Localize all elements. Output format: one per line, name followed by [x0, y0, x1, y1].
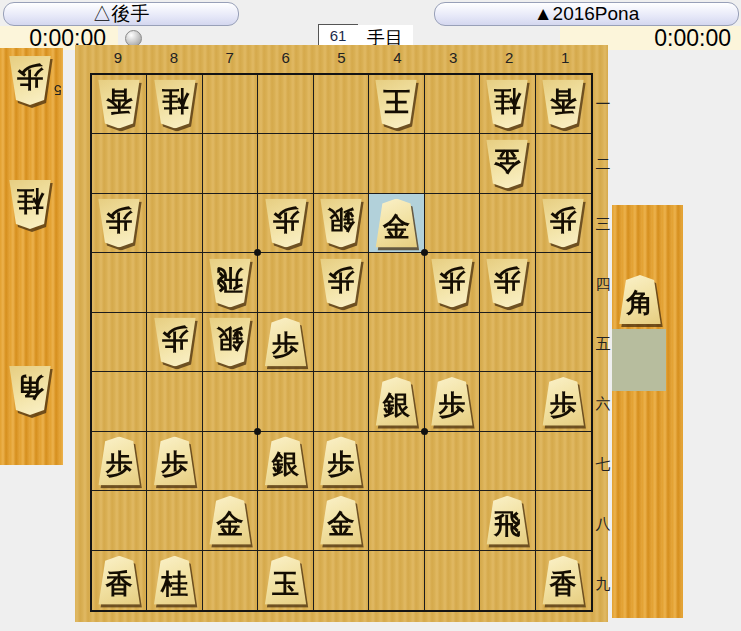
square-47[interactable]	[369, 432, 424, 491]
piece-gote-fu[interactable]: 歩	[541, 199, 585, 248]
piece-glyph: 香	[541, 80, 585, 129]
rank-label-2: 二	[595, 135, 611, 195]
piece-sente-fu[interactable]: 歩	[153, 436, 197, 485]
hand-gote-fu[interactable]: 歩5	[8, 56, 52, 105]
square-63[interactable]: 歩	[258, 194, 313, 253]
square-51[interactable]	[314, 75, 369, 134]
piece-glyph: 歩	[97, 436, 141, 485]
square-29[interactable]	[480, 551, 535, 610]
gote-hand-tray[interactable]: 歩5桂角	[0, 48, 63, 465]
piece-sente-kyo[interactable]: 香	[541, 556, 585, 605]
piece-glyph: 歩	[541, 199, 585, 248]
square-76[interactable]	[203, 372, 258, 431]
square-56[interactable]	[314, 372, 369, 431]
piece-gote-kyo[interactable]: 香	[97, 80, 141, 129]
file-label-7: 7	[202, 49, 258, 66]
square-91[interactable]: 香	[92, 75, 147, 134]
square-45[interactable]	[369, 313, 424, 372]
square-14[interactable]	[536, 253, 591, 312]
square-66[interactable]	[258, 372, 313, 431]
piece-sente-fu[interactable]: 歩	[319, 436, 363, 485]
rank-label-9: 九	[595, 554, 611, 614]
file-labels: 987654321	[90, 49, 593, 66]
square-97[interactable]: 歩	[92, 432, 147, 491]
file-label-4: 4	[369, 49, 425, 66]
piece-gote-ou[interactable]: 王	[374, 80, 418, 129]
gote-player-plate: △後手	[3, 2, 239, 26]
hand-count: 5	[54, 82, 62, 98]
square-35[interactable]	[425, 313, 480, 372]
square-67[interactable]: 銀	[258, 432, 313, 491]
file-label-9: 9	[90, 49, 146, 66]
square-65[interactable]: 歩	[258, 313, 313, 372]
piece-gote-fu[interactable]: 歩	[485, 258, 529, 307]
piece-glyph: 歩	[319, 258, 363, 307]
piece-glyph: 歩	[264, 317, 308, 366]
square-24[interactable]: 歩	[480, 253, 535, 312]
piece-gote-fu[interactable]: 歩	[97, 199, 141, 248]
square-61[interactable]	[258, 75, 313, 134]
piece-glyph: 銀	[374, 377, 418, 426]
square-49[interactable]	[369, 551, 424, 610]
piece-gote-kei[interactable]: 桂	[485, 80, 529, 129]
square-22[interactable]: 金	[480, 134, 535, 193]
square-99[interactable]: 香	[92, 551, 147, 610]
piece-glyph: 金	[485, 139, 529, 188]
piece-gote-kaku[interactable]: 角	[8, 366, 52, 415]
piece-sente-kin[interactable]: 金	[374, 199, 418, 248]
piece-glyph: 銀	[264, 436, 308, 485]
piece-gote-fu[interactable]: 歩	[319, 258, 363, 307]
square-92[interactable]	[92, 134, 147, 193]
square-18[interactable]	[536, 491, 591, 550]
file-label-6: 6	[258, 49, 314, 66]
square-48[interactable]	[369, 491, 424, 550]
square-58[interactable]: 金	[314, 491, 369, 550]
square-57[interactable]: 歩	[314, 432, 369, 491]
hand-gote-kei[interactable]: 桂	[8, 180, 52, 229]
square-62[interactable]	[258, 134, 313, 193]
piece-glyph: 歩	[153, 436, 197, 485]
square-19[interactable]: 香	[536, 551, 591, 610]
piece-glyph: 桂	[485, 80, 529, 129]
hand-slot-highlight	[612, 329, 666, 391]
piece-glyph: 桂	[8, 180, 52, 229]
move-number-box: 61	[318, 24, 358, 46]
square-32[interactable]	[425, 134, 480, 193]
board: 987654321 一二三四五六七八九 香桂王桂香金歩歩銀金歩飛歩歩歩歩銀歩銀歩…	[75, 45, 608, 622]
square-26[interactable]	[480, 372, 535, 431]
piece-sente-kyo[interactable]: 香	[97, 556, 141, 605]
square-28[interactable]: 飛	[480, 491, 535, 550]
rank-label-4: 四	[595, 255, 611, 315]
square-64[interactable]	[258, 253, 313, 312]
piece-glyph: 歩	[485, 258, 529, 307]
board-grid: 香桂王桂香金歩歩銀金歩飛歩歩歩歩銀歩銀歩歩歩歩銀歩金金飛香桂玉香	[90, 73, 593, 612]
square-86[interactable]	[147, 372, 202, 431]
square-54[interactable]: 歩	[314, 253, 369, 312]
piece-glyph: 香	[97, 80, 141, 129]
piece-glyph: 歩	[430, 258, 474, 307]
piece-glyph: 桂	[153, 80, 197, 129]
piece-sente-gin[interactable]: 銀	[264, 436, 308, 485]
piece-glyph: 飛	[485, 496, 529, 545]
square-21[interactable]: 桂	[480, 75, 535, 134]
square-79[interactable]	[203, 551, 258, 610]
file-label-1: 1	[537, 49, 593, 66]
square-74[interactable]: 飛	[203, 253, 258, 312]
square-68[interactable]	[258, 491, 313, 550]
star-point	[421, 428, 428, 435]
rank-label-3: 三	[595, 195, 611, 255]
piece-glyph: 飛	[208, 258, 252, 307]
piece-sente-fu[interactable]: 歩	[97, 436, 141, 485]
square-36[interactable]: 歩	[425, 372, 480, 431]
piece-sente-kaku[interactable]: 角	[618, 275, 662, 324]
sente-hand-tray[interactable]: 角	[612, 205, 683, 618]
piece-glyph: 角	[618, 275, 662, 324]
piece-gote-kei[interactable]: 桂	[153, 80, 197, 129]
square-53[interactable]: 銀	[314, 194, 369, 253]
piece-sente-fu[interactable]: 歩	[541, 377, 585, 426]
piece-gote-kei[interactable]: 桂	[8, 180, 52, 229]
star-point	[421, 249, 428, 256]
hand-sente-kaku[interactable]: 角	[618, 275, 662, 324]
piece-glyph: 歩	[541, 377, 585, 426]
piece-sente-fu[interactable]: 歩	[430, 377, 474, 426]
square-96[interactable]	[92, 372, 147, 431]
piece-glyph: 玉	[264, 556, 308, 605]
piece-glyph: 歩	[153, 317, 197, 366]
square-72[interactable]	[203, 134, 258, 193]
square-42[interactable]	[369, 134, 424, 193]
piece-gote-gin[interactable]: 銀	[319, 199, 363, 248]
square-55[interactable]	[314, 313, 369, 372]
piece-glyph: 金	[208, 496, 252, 545]
star-point	[254, 249, 261, 256]
square-95[interactable]	[92, 313, 147, 372]
piece-glyph: 銀	[319, 199, 363, 248]
piece-gote-fu[interactable]: 歩	[430, 258, 474, 307]
sente-player-plate: ▲2016Pona	[434, 2, 739, 26]
piece-gote-kin[interactable]: 金	[485, 139, 529, 188]
piece-gote-hisha[interactable]: 飛	[208, 258, 252, 307]
square-12[interactable]	[536, 134, 591, 193]
square-82[interactable]	[147, 134, 202, 193]
square-23[interactable]	[480, 194, 535, 253]
piece-sente-gyoku[interactable]: 玉	[264, 556, 308, 605]
piece-glyph: 金	[319, 496, 363, 545]
piece-glyph: 歩	[97, 199, 141, 248]
square-75[interactable]: 銀	[203, 313, 258, 372]
piece-sente-gin[interactable]: 銀	[374, 377, 418, 426]
square-13[interactable]: 歩	[536, 194, 591, 253]
piece-glyph: 角	[8, 366, 52, 415]
square-15[interactable]	[536, 313, 591, 372]
sente-player-name: ▲2016Pona	[534, 3, 639, 25]
square-89[interactable]: 桂	[147, 551, 202, 610]
square-33[interactable]	[425, 194, 480, 253]
rank-label-8: 八	[595, 494, 611, 554]
piece-sente-fu[interactable]: 歩	[264, 317, 308, 366]
hand-gote-kaku[interactable]: 角	[8, 366, 52, 415]
square-77[interactable]	[203, 432, 258, 491]
square-93[interactable]: 歩	[92, 194, 147, 253]
square-88[interactable]	[147, 491, 202, 550]
rank-label-1: 一	[595, 75, 611, 135]
file-label-5: 5	[314, 49, 370, 66]
piece-glyph: 歩	[264, 199, 308, 248]
square-37[interactable]	[425, 432, 480, 491]
piece-sente-kin[interactable]: 金	[319, 496, 363, 545]
square-41[interactable]: 王	[369, 75, 424, 134]
square-44[interactable]	[369, 253, 424, 312]
piece-glyph: 香	[541, 556, 585, 605]
file-label-3: 3	[425, 49, 481, 66]
rank-label-7: 七	[595, 434, 611, 494]
square-94[interactable]	[92, 253, 147, 312]
square-73[interactable]	[203, 194, 258, 253]
rank-label-5: 五	[595, 315, 611, 375]
square-43[interactable]: 金	[369, 194, 424, 253]
piece-glyph: 歩	[8, 56, 52, 105]
star-point	[254, 428, 261, 435]
square-27[interactable]	[480, 432, 535, 491]
square-78[interactable]: 金	[203, 491, 258, 550]
gote-player-name: △後手	[93, 1, 150, 27]
square-59[interactable]	[314, 551, 369, 610]
square-39[interactable]	[425, 551, 480, 610]
square-81[interactable]: 桂	[147, 75, 202, 134]
square-46[interactable]: 銀	[369, 372, 424, 431]
square-69[interactable]: 玉	[258, 551, 313, 610]
square-11[interactable]: 香	[536, 75, 591, 134]
square-16[interactable]: 歩	[536, 372, 591, 431]
square-87[interactable]: 歩	[147, 432, 202, 491]
piece-glyph: 香	[97, 556, 141, 605]
square-84[interactable]	[147, 253, 202, 312]
square-98[interactable]	[92, 491, 147, 550]
piece-gote-kyo[interactable]: 香	[541, 80, 585, 129]
rank-label-6: 六	[595, 374, 611, 434]
square-31[interactable]	[425, 75, 480, 134]
piece-gote-fu[interactable]: 歩	[264, 199, 308, 248]
piece-glyph: 桂	[153, 556, 197, 605]
square-52[interactable]	[314, 134, 369, 193]
square-25[interactable]	[480, 313, 535, 372]
square-34[interactable]: 歩	[425, 253, 480, 312]
piece-gote-fu[interactable]: 歩	[153, 317, 197, 366]
file-label-2: 2	[481, 49, 537, 66]
piece-sente-kei[interactable]: 桂	[153, 556, 197, 605]
square-17[interactable]	[536, 432, 591, 491]
piece-gote-fu[interactable]: 歩	[8, 56, 52, 105]
piece-glyph: 王	[374, 80, 418, 129]
square-71[interactable]	[203, 75, 258, 134]
square-85[interactable]: 歩	[147, 313, 202, 372]
piece-gote-gin[interactable]: 銀	[208, 317, 252, 366]
piece-glyph: 歩	[319, 436, 363, 485]
piece-glyph: 歩	[430, 377, 474, 426]
piece-glyph: 銀	[208, 317, 252, 366]
piece-sente-kin[interactable]: 金	[208, 496, 252, 545]
piece-sente-hisha[interactable]: 飛	[485, 496, 529, 545]
file-label-8: 8	[146, 49, 202, 66]
shogi-app: △後手 ▲2016Pona 0:00:00 61 手目 0:00:00 歩5桂角…	[0, 0, 741, 631]
piece-glyph: 金	[374, 199, 418, 248]
square-83[interactable]	[147, 194, 202, 253]
rank-labels: 一二三四五六七八九	[595, 75, 611, 614]
square-38[interactable]	[425, 491, 480, 550]
